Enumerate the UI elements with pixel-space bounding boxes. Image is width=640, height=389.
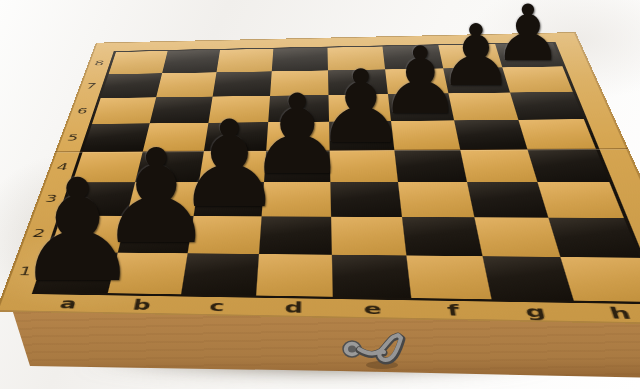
hook-and-eye-latch-icon <box>334 329 412 373</box>
square-b8[interactable] <box>162 50 220 73</box>
square-a8[interactable] <box>109 51 168 74</box>
square-b7[interactable] <box>156 72 216 97</box>
square-e2[interactable] <box>331 217 406 256</box>
black-pawn-h8[interactable]: ♟ <box>493 0 562 72</box>
file-label-f: f <box>446 301 461 320</box>
square-h2[interactable] <box>548 218 640 258</box>
square-g5[interactable] <box>454 120 527 150</box>
file-label-d: d <box>284 298 303 316</box>
square-g4[interactable] <box>460 149 537 182</box>
photo-backdrop: 12345678abcdefgh ♟♟♟♟♟♟♟♟ <box>0 0 640 389</box>
square-f1[interactable] <box>406 255 491 299</box>
square-f3[interactable] <box>398 182 474 217</box>
file-label-c: c <box>208 297 225 315</box>
square-f2[interactable] <box>402 217 483 256</box>
square-h5[interactable] <box>518 119 596 149</box>
square-e1[interactable] <box>332 255 411 298</box>
square-d1[interactable] <box>256 254 333 297</box>
square-g3[interactable] <box>467 182 548 218</box>
square-c8[interactable] <box>216 49 273 73</box>
square-h1[interactable] <box>560 257 640 302</box>
square-h4[interactable] <box>527 149 609 182</box>
square-h6[interactable] <box>510 92 584 120</box>
square-g1[interactable] <box>483 256 574 300</box>
square-h3[interactable] <box>537 182 623 218</box>
square-g2[interactable] <box>474 217 560 257</box>
file-label-e: e <box>363 299 382 318</box>
square-a7[interactable] <box>101 73 162 98</box>
